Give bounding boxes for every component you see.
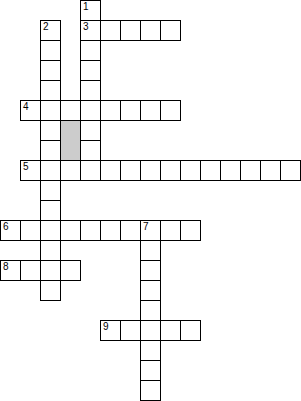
grid-cell[interactable]	[140, 160, 161, 181]
grid-cell[interactable]	[140, 260, 161, 281]
grid-cell[interactable]	[180, 220, 201, 241]
grid-cell[interactable]	[40, 180, 61, 201]
grid-cell[interactable]	[40, 280, 61, 301]
grid-cell[interactable]	[40, 100, 61, 121]
clue-number: 2	[43, 21, 49, 32]
grid-cell[interactable]	[40, 60, 61, 81]
grid-cell[interactable]	[240, 160, 261, 181]
grid-cell[interactable]	[120, 100, 141, 121]
grid-cell[interactable]	[20, 260, 41, 281]
grid-cell[interactable]: 1	[80, 0, 101, 21]
grid-cell[interactable]	[40, 200, 61, 221]
grid-cell[interactable]	[160, 100, 181, 121]
grid-cell[interactable]	[180, 320, 201, 341]
clue-number: 7	[143, 221, 149, 232]
grid-cell[interactable]	[140, 280, 161, 301]
grid-cell[interactable]	[160, 20, 181, 41]
grid-cell[interactable]	[200, 160, 221, 181]
grid-cell[interactable]	[20, 220, 41, 241]
grid-cell[interactable]	[220, 160, 241, 181]
grid-cell[interactable]	[80, 40, 101, 61]
grid-cell[interactable]	[60, 160, 81, 181]
grid-cell[interactable]	[140, 20, 161, 41]
clue-number: 3	[83, 21, 89, 32]
grid-cell[interactable]	[60, 220, 81, 241]
grid-cell[interactable]	[160, 220, 181, 241]
grid-cell[interactable]	[40, 120, 61, 141]
grid-cell[interactable]: 8	[0, 260, 21, 281]
clue-number: 8	[3, 261, 9, 272]
grid-cell[interactable]: 2	[40, 20, 61, 41]
blocked-cell	[60, 120, 81, 161]
grid-cell[interactable]: 6	[0, 220, 21, 241]
clue-number: 4	[23, 101, 29, 112]
clue-number: 6	[3, 221, 9, 232]
grid-cell[interactable]: 9	[100, 320, 121, 341]
grid-cell[interactable]	[80, 160, 101, 181]
grid-cell[interactable]: 4	[20, 100, 41, 121]
grid-cell[interactable]	[40, 80, 61, 101]
clue-number: 9	[103, 321, 109, 332]
grid-cell[interactable]	[40, 240, 61, 261]
crossword-board: 123456789	[0, 0, 301, 401]
grid-cell[interactable]	[60, 260, 81, 281]
grid-cell[interactable]	[80, 100, 101, 121]
grid-cell[interactable]	[140, 320, 161, 341]
grid-cell[interactable]	[120, 160, 141, 181]
grid-cell[interactable]	[100, 20, 121, 41]
grid-cell[interactable]	[40, 260, 61, 281]
clue-number: 5	[23, 161, 29, 172]
grid-cell[interactable]	[80, 140, 101, 161]
grid-cell[interactable]	[140, 240, 161, 261]
grid-cell[interactable]	[120, 220, 141, 241]
grid-cell[interactable]	[140, 300, 161, 321]
grid-cell[interactable]	[280, 160, 301, 181]
grid-cell[interactable]	[80, 80, 101, 101]
grid-cell[interactable]	[40, 160, 61, 181]
grid-cell[interactable]	[140, 100, 161, 121]
grid-cell[interactable]	[100, 220, 121, 241]
grid-cell[interactable]	[100, 160, 121, 181]
grid-cell[interactable]	[80, 220, 101, 241]
grid-cell[interactable]	[260, 160, 281, 181]
grid-cell[interactable]	[140, 380, 161, 401]
grid-cell[interactable]	[160, 320, 181, 341]
grid-cell[interactable]	[120, 20, 141, 41]
grid-cell[interactable]	[140, 360, 161, 381]
grid-cell[interactable]	[40, 220, 61, 241]
grid-cell[interactable]	[40, 140, 61, 161]
grid-cell[interactable]: 3	[80, 20, 101, 41]
grid-cell[interactable]	[160, 160, 181, 181]
grid-cell[interactable]	[80, 120, 101, 141]
grid-cell[interactable]	[180, 160, 201, 181]
grid-cell[interactable]: 7	[140, 220, 161, 241]
grid-cell[interactable]	[100, 100, 121, 121]
grid-cell[interactable]: 5	[20, 160, 41, 181]
grid-cell[interactable]	[40, 40, 61, 61]
grid-cell[interactable]	[140, 340, 161, 361]
grid-cell[interactable]	[120, 320, 141, 341]
clue-number: 1	[83, 1, 89, 12]
grid-cell[interactable]	[80, 60, 101, 81]
grid-cell[interactable]	[60, 100, 81, 121]
